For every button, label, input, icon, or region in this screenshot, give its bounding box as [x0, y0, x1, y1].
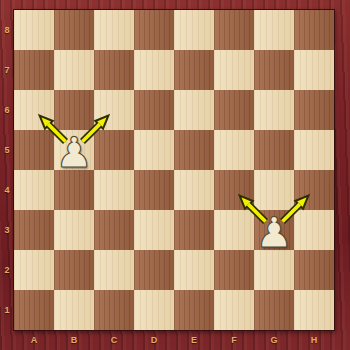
- square-g1[interactable]: [254, 290, 294, 330]
- square-b6[interactable]: [54, 90, 94, 130]
- square-h4[interactable]: [294, 170, 334, 210]
- square-g7[interactable]: [254, 50, 294, 90]
- square-c2[interactable]: [94, 250, 134, 290]
- square-a7[interactable]: [14, 50, 54, 90]
- square-b2[interactable]: [54, 250, 94, 290]
- square-e1[interactable]: [174, 290, 214, 330]
- square-b7[interactable]: [54, 50, 94, 90]
- square-e3[interactable]: [174, 210, 214, 250]
- file-label-e: E: [174, 330, 214, 350]
- file-label-g: G: [254, 330, 294, 350]
- square-c8[interactable]: [94, 10, 134, 50]
- square-a2[interactable]: [14, 250, 54, 290]
- square-f8[interactable]: [214, 10, 254, 50]
- rank-label-5: 5: [0, 130, 14, 170]
- square-a6[interactable]: [14, 90, 54, 130]
- file-label-d: D: [134, 330, 174, 350]
- square-d8[interactable]: [134, 10, 174, 50]
- square-f7[interactable]: [214, 50, 254, 90]
- rank-label-7: 7: [0, 50, 14, 90]
- square-a5[interactable]: [14, 130, 54, 170]
- square-c3[interactable]: [94, 210, 134, 250]
- rank-label-6: 6: [0, 90, 14, 130]
- square-a8[interactable]: [14, 10, 54, 50]
- square-g6[interactable]: [254, 90, 294, 130]
- square-d2[interactable]: [134, 250, 174, 290]
- square-c7[interactable]: [94, 50, 134, 90]
- piece-white-pawn-b5[interactable]: ♟: [54, 131, 94, 175]
- rank-label-1: 1: [0, 290, 14, 330]
- square-f4[interactable]: [214, 170, 254, 210]
- square-c6[interactable]: [94, 90, 134, 130]
- rank-label-8: 8: [0, 10, 14, 50]
- square-h1[interactable]: [294, 290, 334, 330]
- square-c1[interactable]: [94, 290, 134, 330]
- rank-label-3: 3: [0, 210, 14, 250]
- square-d1[interactable]: [134, 290, 174, 330]
- square-d3[interactable]: [134, 210, 174, 250]
- square-h8[interactable]: [294, 10, 334, 50]
- square-f1[interactable]: [214, 290, 254, 330]
- square-e2[interactable]: [174, 250, 214, 290]
- square-h2[interactable]: [294, 250, 334, 290]
- square-b3[interactable]: [54, 210, 94, 250]
- square-h7[interactable]: [294, 50, 334, 90]
- square-d5[interactable]: [134, 130, 174, 170]
- square-f6[interactable]: [214, 90, 254, 130]
- square-g5[interactable]: [254, 130, 294, 170]
- square-f5[interactable]: [214, 130, 254, 170]
- square-b8[interactable]: [54, 10, 94, 50]
- rank-label-4: 4: [0, 170, 14, 210]
- square-h5[interactable]: [294, 130, 334, 170]
- square-d7[interactable]: [134, 50, 174, 90]
- square-g4[interactable]: [254, 170, 294, 210]
- square-e5[interactable]: [174, 130, 214, 170]
- board-frame: 87654321ABCDEFGH ♟♟: [0, 0, 350, 350]
- square-a4[interactable]: [14, 170, 54, 210]
- square-c5[interactable]: [94, 130, 134, 170]
- square-e8[interactable]: [174, 10, 214, 50]
- file-label-a: A: [14, 330, 54, 350]
- file-label-b: B: [54, 330, 94, 350]
- square-f3[interactable]: [214, 210, 254, 250]
- square-a3[interactable]: [14, 210, 54, 250]
- square-h6[interactable]: [294, 90, 334, 130]
- square-e7[interactable]: [174, 50, 214, 90]
- square-b1[interactable]: [54, 290, 94, 330]
- square-e6[interactable]: [174, 90, 214, 130]
- square-d4[interactable]: [134, 170, 174, 210]
- rank-label-2: 2: [0, 250, 14, 290]
- square-e4[interactable]: [174, 170, 214, 210]
- piece-white-pawn-g3[interactable]: ♟: [254, 211, 294, 255]
- file-label-c: C: [94, 330, 134, 350]
- file-label-h: H: [294, 330, 334, 350]
- square-a1[interactable]: [14, 290, 54, 330]
- square-h3[interactable]: [294, 210, 334, 250]
- square-c4[interactable]: [94, 170, 134, 210]
- square-f2[interactable]: [214, 250, 254, 290]
- square-g8[interactable]: [254, 10, 294, 50]
- square-d6[interactable]: [134, 90, 174, 130]
- file-label-f: F: [214, 330, 254, 350]
